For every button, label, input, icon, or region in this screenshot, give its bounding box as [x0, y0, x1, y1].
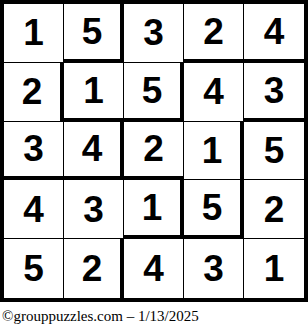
cell-r5c1: 5	[4, 239, 64, 298]
cell-r2c5: 3	[244, 63, 304, 122]
cell-r1c2: 5	[64, 4, 124, 63]
cell-r3c4: 1	[184, 122, 244, 181]
cell-r4c4: 5	[184, 180, 244, 239]
copyright-caption: ©grouppuzzles.com – 1/13/2025	[2, 308, 308, 325]
cell-r2c4: 4	[184, 63, 244, 122]
cell-r4c3: 1	[124, 180, 184, 239]
cell-r5c4: 3	[184, 239, 244, 298]
cell-r1c4: 2	[184, 4, 244, 63]
cell-r2c2: 1	[64, 63, 124, 122]
cell-r2c1: 2	[4, 63, 64, 122]
cell-r2c3: 5	[124, 63, 184, 122]
cell-r5c3: 4	[124, 239, 184, 298]
cell-r3c1: 3	[4, 122, 64, 181]
cell-r1c3: 3	[124, 4, 184, 63]
cell-r4c1: 4	[4, 180, 64, 239]
cell-r1c1: 1	[4, 4, 64, 63]
cell-r3c3: 2	[124, 122, 184, 181]
cell-r3c5: 5	[244, 122, 304, 181]
cell-r1c5: 4	[244, 4, 304, 63]
cell-r3c2: 4	[64, 122, 124, 181]
cell-r4c5: 2	[244, 180, 304, 239]
cell-r5c2: 2	[64, 239, 124, 298]
cell-r4c2: 3	[64, 180, 124, 239]
sudoku-5x5-board: 1532421543342154315252431	[0, 0, 308, 302]
cell-r5c5: 1	[244, 239, 304, 298]
